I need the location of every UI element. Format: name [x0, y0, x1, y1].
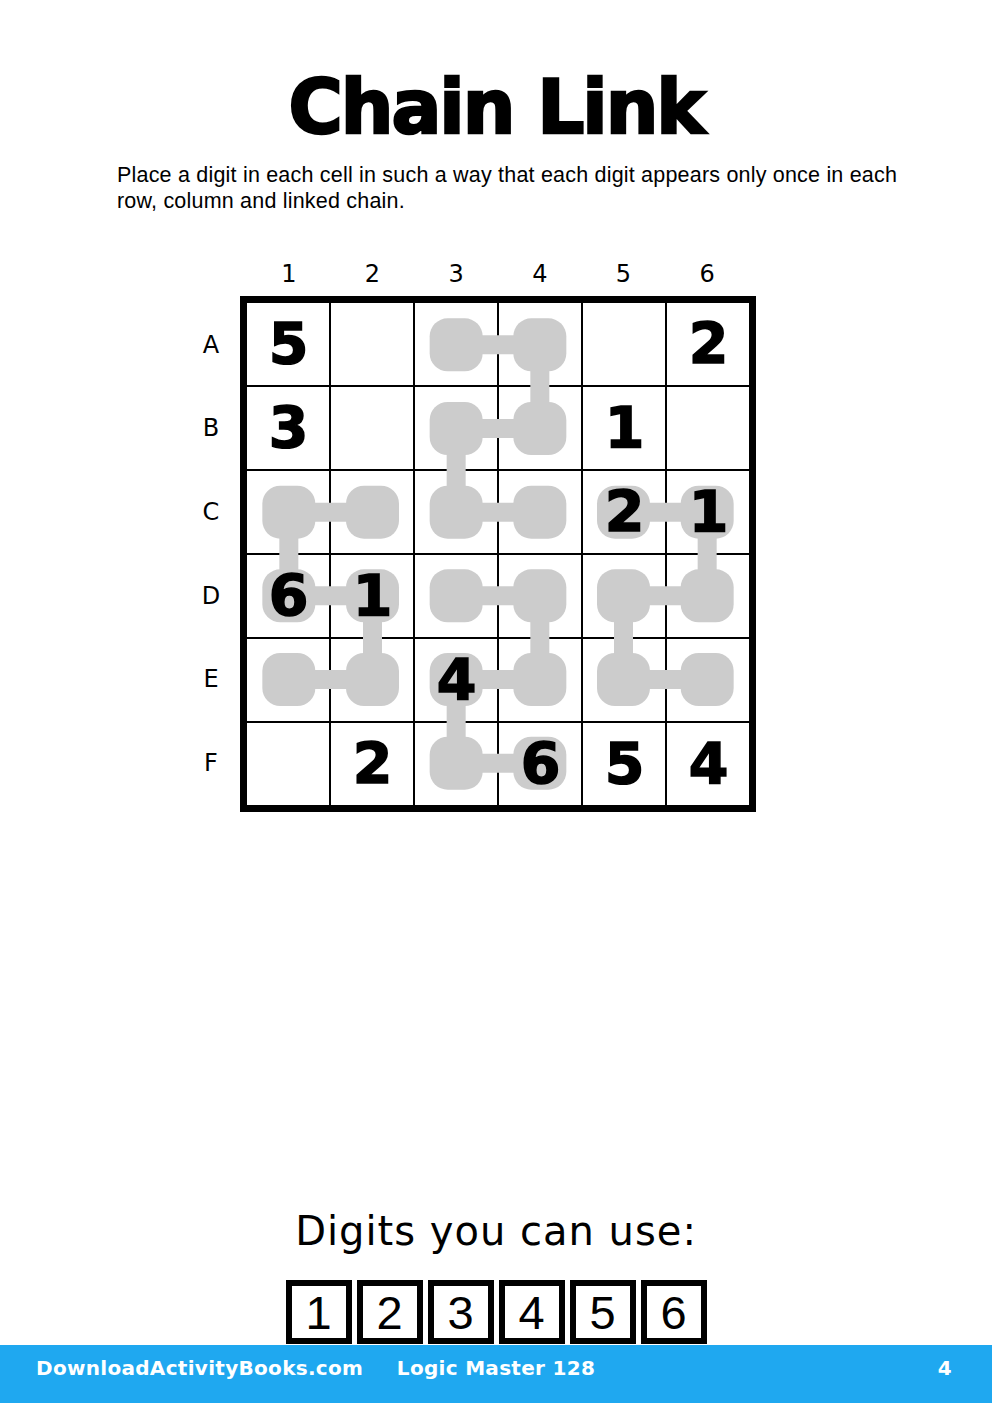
row-label: C [190, 470, 232, 554]
row-label: F [190, 721, 232, 805]
grid-cell[interactable] [583, 555, 665, 637]
grid-cell[interactable] [499, 387, 581, 469]
row-label: D [190, 554, 232, 638]
grid-cell[interactable] [331, 639, 413, 721]
column-label: 4 [498, 260, 582, 292]
grid-cell[interactable]: 1 [331, 555, 413, 637]
grid-cell[interactable] [415, 723, 497, 805]
grid-cell[interactable] [331, 387, 413, 469]
digit-box: 4 [499, 1280, 565, 1344]
grid-cell[interactable] [499, 555, 581, 637]
grid-cell[interactable] [499, 303, 581, 385]
footer-book-title: Logic Master 128 [0, 1356, 992, 1380]
grid-cell[interactable] [667, 387, 749, 469]
grid-cell[interactable] [667, 639, 749, 721]
grid-cell[interactable] [415, 387, 497, 469]
grid-cell[interactable]: 6 [499, 723, 581, 805]
page-title: Chain Link [0, 64, 992, 150]
puzzle-grid: 5231216142654 [240, 296, 756, 812]
column-label: 6 [665, 260, 749, 292]
grid-cells: 5231216142654 [247, 303, 749, 805]
grid-cell[interactable] [583, 639, 665, 721]
column-label: 2 [331, 260, 415, 292]
grid-cell[interactable] [415, 555, 497, 637]
digit-box: 1 [286, 1280, 352, 1344]
grid-cell[interactable] [499, 639, 581, 721]
grid-cell[interactable] [247, 471, 329, 553]
row-label: B [190, 387, 232, 471]
grid-cell[interactable]: 2 [667, 303, 749, 385]
footer-bar: DownloadActivityBooks.com Logic Master 1… [0, 1345, 992, 1403]
row-label: A [190, 303, 232, 387]
grid-cell[interactable] [331, 471, 413, 553]
footer-page-number: 4 [938, 1356, 952, 1380]
column-label: 1 [247, 260, 331, 292]
grid-cell[interactable]: 6 [247, 555, 329, 637]
grid-cell[interactable]: 5 [583, 723, 665, 805]
grid-cell[interactable] [583, 303, 665, 385]
grid-cell[interactable]: 1 [583, 387, 665, 469]
digit-box: 5 [570, 1280, 636, 1344]
grid-cell[interactable] [331, 303, 413, 385]
grid-cell[interactable] [499, 471, 581, 553]
grid-cell[interactable] [667, 555, 749, 637]
grid-cell[interactable] [247, 723, 329, 805]
grid-cell[interactable] [415, 471, 497, 553]
digit-boxes: 123456 [0, 1280, 992, 1344]
grid-cell[interactable]: 4 [415, 639, 497, 721]
instructions: Place a digit in each cell in such a way… [117, 163, 907, 214]
grid-cell[interactable]: 2 [331, 723, 413, 805]
column-label: 3 [414, 260, 498, 292]
column-labels: 123456 [247, 260, 749, 292]
grid-cell[interactable] [415, 303, 497, 385]
column-label: 5 [582, 260, 666, 292]
digit-box: 6 [641, 1280, 707, 1344]
grid-cell[interactable]: 5 [247, 303, 329, 385]
grid-cell[interactable] [247, 639, 329, 721]
digit-box: 3 [428, 1280, 494, 1344]
grid-cell[interactable]: 3 [247, 387, 329, 469]
grid-cell[interactable]: 4 [667, 723, 749, 805]
row-labels: ABCDEF [190, 303, 232, 805]
digit-box: 2 [357, 1280, 423, 1344]
digits-heading: Digits you can use: [0, 1208, 992, 1254]
row-label: E [190, 638, 232, 722]
grid-cell[interactable]: 2 [583, 471, 665, 553]
grid-cell[interactable]: 1 [667, 471, 749, 553]
